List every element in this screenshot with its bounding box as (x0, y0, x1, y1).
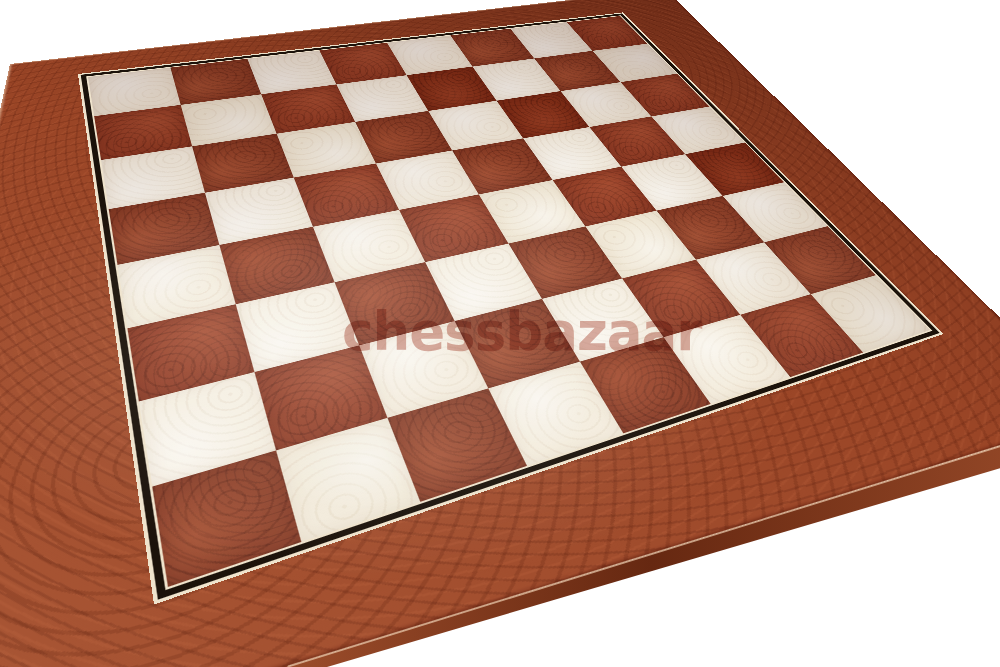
chessboard-product-photo: chessbazaar (0, 0, 1000, 667)
